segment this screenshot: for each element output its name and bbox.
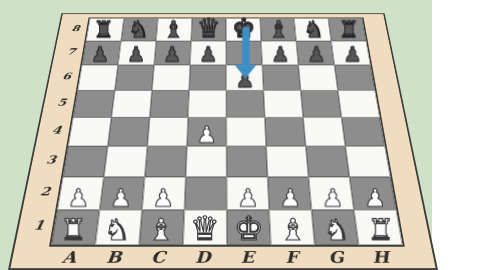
piece-white-knight-b1: ♞ — [95, 216, 139, 245]
square-h6 — [334, 65, 375, 90]
piece-black-rook-a8: ♜ — [86, 18, 121, 41]
square-h8: ♜ — [328, 18, 366, 41]
piece-white-king-e1: ♚ — [227, 212, 271, 245]
square-f7: ♟ — [261, 41, 298, 65]
square-a7: ♟ — [82, 41, 121, 65]
file-label-A: A — [45, 245, 93, 268]
square-b8: ♞ — [121, 18, 158, 41]
square-a8: ♜ — [86, 18, 124, 41]
square-h3 — [345, 146, 390, 177]
square-f1: ♝ — [269, 210, 315, 245]
piece-black-king-e8: ♚ — [226, 15, 261, 41]
piece-black-pawn-h7: ♟ — [334, 44, 370, 65]
piece-white-pawn-a2: ♟ — [57, 185, 99, 209]
board-frame: 87654321 ♜♞♝♛♚♝♞♜♟♟♟♟♟♟♟♟♟♟♟♟♟♟♟♟♜♞♝♛♚♝♞… — [8, 13, 438, 270]
file-label-E: E — [225, 245, 270, 268]
square-f5 — [263, 90, 303, 117]
square-f2: ♟ — [268, 177, 312, 210]
square-h4 — [341, 117, 384, 146]
piece-white-pawn-g2: ♟ — [312, 185, 354, 209]
rank-label-1: 1 — [16, 208, 54, 243]
piece-white-pawn-d4: ♟ — [187, 123, 227, 146]
square-f4 — [265, 117, 306, 146]
square-d3 — [186, 146, 227, 177]
square-b1: ♞ — [95, 210, 142, 245]
piece-black-pawn-d7: ♟ — [190, 44, 226, 65]
square-e1: ♚ — [227, 210, 271, 245]
square-a3 — [63, 146, 108, 177]
square-a4 — [68, 117, 111, 146]
square-b2: ♟ — [100, 177, 145, 210]
piece-white-pawn-f2: ♟ — [269, 185, 311, 209]
chess-scene: 87654321 ♜♞♝♛♚♝♞♜♟♟♟♟♟♟♟♟♟♟♟♟♟♟♟♟♜♞♝♛♚♝♞… — [8, 0, 438, 270]
rank-label-2: 2 — [23, 175, 60, 208]
square-h7: ♟ — [331, 41, 370, 65]
square-e4 — [226, 117, 266, 146]
square-e6: ♟ — [226, 65, 263, 90]
piece-white-queen-d1: ♛ — [183, 212, 227, 245]
file-label-D: D — [180, 245, 225, 268]
piece-white-pawn-h2: ♟ — [354, 185, 396, 209]
square-e8: ♚ — [226, 18, 261, 41]
square-d8: ♛ — [191, 18, 226, 41]
square-c7: ♟ — [154, 41, 191, 65]
square-h5 — [338, 90, 380, 117]
square-b6 — [115, 65, 154, 90]
piece-white-pawn-c2: ♟ — [142, 185, 184, 209]
square-d7: ♟ — [190, 41, 226, 65]
square-c4 — [147, 117, 188, 146]
file-label-H: H — [357, 245, 405, 268]
square-c8: ♝ — [156, 18, 192, 41]
square-b7: ♟ — [118, 41, 156, 65]
piece-black-bishop-f8: ♝ — [261, 18, 296, 41]
square-f6 — [262, 65, 300, 90]
piece-black-pawn-g7: ♟ — [298, 44, 334, 65]
square-g8: ♞ — [294, 18, 331, 41]
square-d1: ♛ — [183, 210, 227, 245]
square-g3 — [306, 146, 350, 177]
square-d4: ♟ — [187, 117, 227, 146]
piece-black-pawn-f7: ♟ — [262, 44, 298, 65]
file-label-B: B — [90, 245, 137, 268]
file-labels: ABCDEFGH — [45, 245, 404, 268]
chess-board: ♜♞♝♛♚♝♞♜♟♟♟♟♟♟♟♟♟♟♟♟♟♟♟♟♜♞♝♛♚♝♞♜ — [49, 17, 405, 246]
square-c1: ♝ — [139, 210, 184, 245]
file-label-F: F — [269, 245, 315, 268]
piece-black-pawn-c7: ♟ — [154, 44, 190, 65]
rank-label-6: 6 — [47, 64, 79, 89]
piece-black-knight-b8: ♞ — [121, 18, 156, 41]
square-b3 — [104, 146, 148, 177]
square-g2: ♟ — [309, 177, 354, 210]
square-e5 — [226, 90, 264, 117]
piece-black-pawn-b7: ♟ — [118, 44, 154, 65]
piece-white-pawn-b2: ♟ — [100, 185, 142, 209]
square-g4 — [303, 117, 345, 146]
file-label-G: G — [313, 245, 360, 268]
square-h1: ♜ — [354, 210, 403, 245]
square-a2: ♟ — [57, 177, 104, 210]
piece-white-bishop-f1: ♝ — [271, 216, 315, 245]
rank-label-8: 8 — [57, 17, 87, 40]
square-d6 — [189, 65, 226, 90]
piece-white-rook-h1: ♜ — [359, 216, 403, 245]
piece-black-pawn-e6: ♟ — [226, 69, 263, 90]
square-d2 — [184, 177, 226, 210]
piece-white-pawn-e2: ♟ — [227, 185, 269, 209]
square-e2: ♟ — [227, 177, 270, 210]
piece-black-queen-d8: ♛ — [191, 15, 226, 41]
piece-white-bishop-c1: ♝ — [139, 216, 183, 245]
piece-black-bishop-c8: ♝ — [156, 18, 191, 41]
square-g1: ♞ — [312, 210, 359, 245]
piece-white-rook-a1: ♜ — [51, 216, 95, 245]
rank-label-4: 4 — [36, 116, 70, 145]
file-label-C: C — [135, 245, 181, 268]
rank-label-7: 7 — [53, 40, 84, 64]
square-g5 — [301, 90, 342, 117]
square-b4 — [108, 117, 150, 146]
piece-black-pawn-a7: ♟ — [82, 44, 118, 65]
piece-black-rook-h8: ♜ — [331, 18, 366, 41]
square-g7: ♟ — [296, 41, 334, 65]
square-f3 — [266, 146, 308, 177]
square-a5 — [73, 90, 115, 117]
square-b5 — [111, 90, 152, 117]
square-e7 — [226, 41, 262, 65]
square-a1: ♜ — [51, 210, 99, 245]
square-h2: ♟ — [349, 177, 396, 210]
square-a6 — [78, 65, 118, 90]
square-c6 — [152, 65, 190, 90]
square-c3 — [145, 146, 187, 177]
square-c2: ♟ — [142, 177, 186, 210]
square-g6 — [298, 65, 337, 90]
piece-black-knight-g8: ♞ — [296, 18, 331, 41]
piece-white-knight-g1: ♞ — [315, 216, 359, 245]
square-c5 — [150, 90, 189, 117]
square-e3 — [227, 146, 268, 177]
rank-label-3: 3 — [30, 145, 65, 176]
square-d5 — [188, 90, 226, 117]
rank-label-5: 5 — [42, 89, 75, 116]
square-f8: ♝ — [260, 18, 296, 41]
